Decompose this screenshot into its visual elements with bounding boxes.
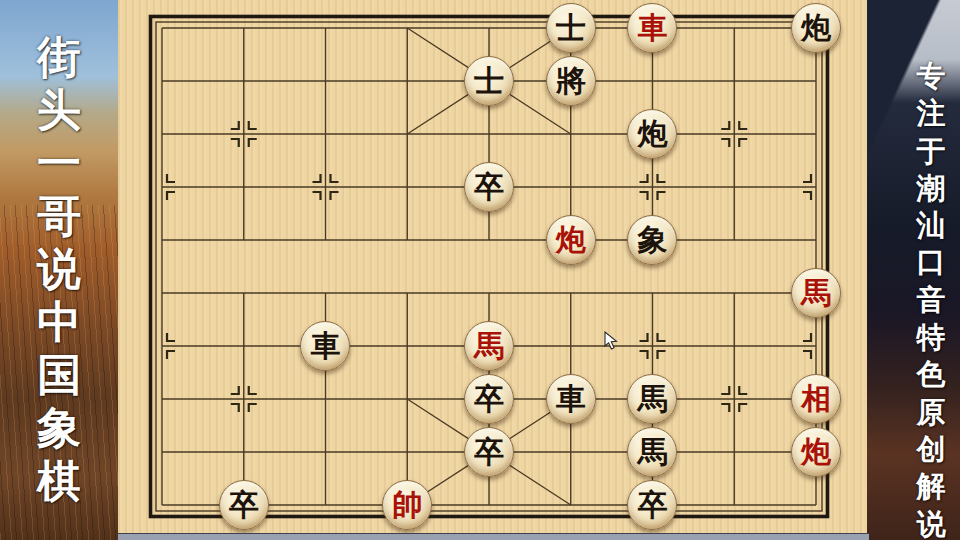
cell-f6r9: 卒 <box>612 479 694 532</box>
cell-f6r0: 車 <box>612 2 694 55</box>
cell-f5r0: 士 <box>530 2 612 55</box>
banner-char: 哥 <box>37 189 81 242</box>
piece-black-chariot[interactable]: 車 <box>300 321 350 371</box>
banner-char: 说 <box>37 242 81 295</box>
piece-black-elephant[interactable]: 象 <box>627 215 677 265</box>
left-banner: 街头一哥说中国象棋 <box>0 0 118 540</box>
cell-f8r0: 炮 <box>775 2 857 55</box>
cell-f4r1: 士 <box>448 55 530 108</box>
piece-black-horse[interactable]: 馬 <box>627 427 677 477</box>
banner-char: 色 <box>917 356 946 393</box>
piece-black-soldier[interactable]: 卒 <box>464 162 514 212</box>
piece-black-soldier[interactable]: 卒 <box>464 427 514 477</box>
banner-char: 特 <box>917 319 946 356</box>
piece-black-cannon[interactable]: 炮 <box>791 3 841 53</box>
banner-char: 街 <box>37 30 81 83</box>
piece-black-cannon[interactable]: 炮 <box>627 109 677 159</box>
banner-char: 潮 <box>917 170 946 207</box>
piece-black-soldier[interactable]: 卒 <box>219 480 269 530</box>
piece-black-soldier[interactable]: 卒 <box>627 480 677 530</box>
video-frame: 街头一哥说中国象棋 士車炮士將炮卒炮象馬車馬卒車馬相卒馬炮卒帥卒 专注于潮汕口音… <box>0 0 960 540</box>
banner-char: 口 <box>917 244 946 281</box>
mouse-cursor <box>604 331 620 351</box>
cell-f5r1: 將 <box>530 55 612 108</box>
piece-black-chariot[interactable]: 車 <box>546 374 596 424</box>
pieces-layer: 士車炮士將炮卒炮象馬車馬卒車馬相卒馬炮卒帥卒 <box>121 2 857 532</box>
cell-f4r6: 馬 <box>448 320 530 373</box>
banner-char: 象 <box>37 401 81 454</box>
piece-red-horse[interactable]: 馬 <box>464 321 514 371</box>
banner-char: 创 <box>917 431 946 468</box>
cell-f6r8: 馬 <box>612 426 694 479</box>
cell-f8r5: 馬 <box>775 267 857 320</box>
piece-black-soldier[interactable]: 卒 <box>464 374 514 424</box>
piece-black-horse[interactable]: 馬 <box>627 374 677 424</box>
banner-char: 一 <box>37 136 81 189</box>
banner-char: 国 <box>37 348 81 401</box>
banner-char: 于 <box>917 133 946 170</box>
bottom-strip <box>118 533 869 540</box>
cell-f6r2: 炮 <box>612 108 694 161</box>
cell-f5r7: 車 <box>530 373 612 426</box>
piece-black-advisor[interactable]: 士 <box>546 3 596 53</box>
banner-char: 音 <box>917 282 946 319</box>
left-banner-text: 街头一哥说中国象棋 <box>0 30 118 507</box>
piece-red-elephant[interactable]: 相 <box>791 374 841 424</box>
cell-f5r4: 炮 <box>530 214 612 267</box>
xiangqi-board[interactable]: 士車炮士將炮卒炮象馬車馬卒車馬相卒馬炮卒帥卒 <box>118 0 867 540</box>
right-banner: 专注于潮汕口音特色原创解说 <box>867 0 960 540</box>
piece-black-general[interactable]: 將 <box>546 56 596 106</box>
cell-f6r7: 馬 <box>612 373 694 426</box>
banner-char: 说 <box>917 506 946 540</box>
banner-char: 头 <box>37 83 81 136</box>
banner-char: 棋 <box>37 454 81 507</box>
piece-red-general[interactable]: 帥 <box>382 480 432 530</box>
cell-f2r6: 車 <box>285 320 367 373</box>
banner-char: 解 <box>917 468 946 505</box>
piece-red-horse[interactable]: 馬 <box>791 268 841 318</box>
cell-f8r7: 相 <box>775 373 857 426</box>
piece-red-cannon[interactable]: 炮 <box>791 427 841 477</box>
cell-f8r8: 炮 <box>775 426 857 479</box>
cell-f3r9: 帥 <box>366 479 448 532</box>
piece-red-cannon[interactable]: 炮 <box>546 215 596 265</box>
right-banner-text: 专注于潮汕口音特色原创解说 <box>915 58 947 540</box>
cell-f4r7: 卒 <box>448 373 530 426</box>
cell-f1r9: 卒 <box>203 479 285 532</box>
banner-char: 中 <box>37 295 81 348</box>
cell-f6r4: 象 <box>612 214 694 267</box>
banner-char: 注 <box>917 95 946 132</box>
banner-char: 原 <box>917 394 946 431</box>
banner-char: 汕 <box>917 207 946 244</box>
piece-red-chariot[interactable]: 車 <box>627 3 677 53</box>
banner-char: 专 <box>917 58 946 95</box>
piece-black-advisor[interactable]: 士 <box>464 56 514 106</box>
cell-f4r3: 卒 <box>448 161 530 214</box>
cell-f4r8: 卒 <box>448 426 530 479</box>
